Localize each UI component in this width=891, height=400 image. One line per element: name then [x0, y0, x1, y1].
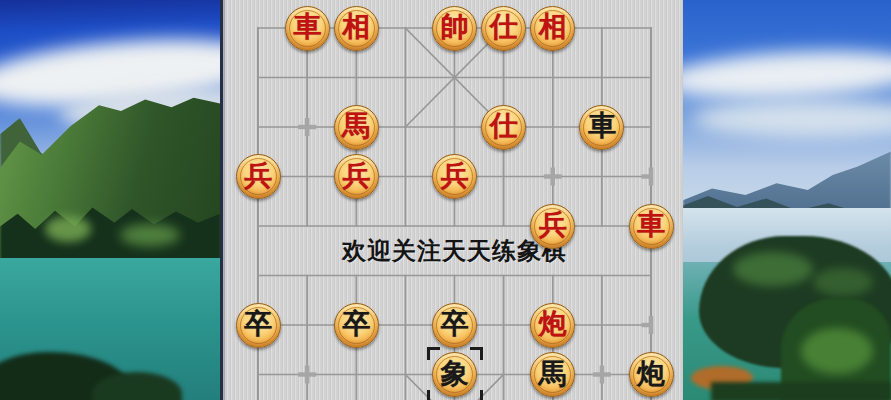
piece-character: 相 [342, 13, 370, 41]
sunlit-trees [45, 216, 91, 242]
piece-character: 帥 [441, 13, 469, 41]
piece-character: 車 [637, 211, 665, 239]
piece-red-f2r0[interactable]: 相 [334, 6, 379, 51]
piece-character: 卒 [441, 310, 469, 338]
piece-red-f6r0[interactable]: 相 [530, 6, 575, 51]
foreground-foliage-strip [711, 382, 891, 400]
piece-red-f0r3[interactable]: 兵 [236, 154, 281, 199]
piece-character: 車 [588, 112, 616, 140]
piece-character: 兵 [342, 162, 370, 190]
piece-character: 車 [293, 13, 321, 41]
piece-character: 仕 [490, 13, 518, 41]
piece-red-f4r3[interactable]: 兵 [432, 154, 477, 199]
piece-red-f2r3[interactable]: 兵 [334, 154, 379, 199]
tree-canopy-highlight [733, 252, 813, 286]
piece-black-f0r6[interactable]: 卒 [236, 303, 281, 348]
piece-character: 馬 [342, 112, 370, 140]
piece-character: 炮 [539, 310, 567, 338]
foreground-foliage-highlight [801, 328, 873, 374]
piece-black-f4r6[interactable]: 卒 [432, 303, 477, 348]
background-photo-right [683, 0, 891, 400]
pieces-layer: 車相帥仕相馬仕車兵兵兵兵車卒卒卒炮象馬炮 [223, 0, 686, 400]
piece-black-f7r2[interactable]: 車 [579, 105, 624, 150]
piece-red-f1r0[interactable]: 車 [285, 6, 330, 51]
cloud-band [683, 45, 891, 105]
piece-red-f4r0[interactable]: 帥 [432, 6, 477, 51]
piece-red-f5r2[interactable]: 仕 [481, 105, 526, 150]
piece-character: 卒 [342, 310, 370, 338]
piece-character: 卒 [244, 310, 272, 338]
piece-red-f6r4[interactable]: 兵 [530, 204, 575, 249]
piece-black-f8r7[interactable]: 炮 [629, 352, 674, 397]
screenshot-root: 欢迎关注天天练象棋 車相帥仕相馬仕車兵兵兵兵車卒卒卒炮象馬炮 [0, 0, 891, 400]
piece-character: 馬 [539, 360, 567, 388]
piece-red-f2r2[interactable]: 馬 [334, 105, 379, 150]
piece-character: 相 [539, 13, 567, 41]
xiangqi-board[interactable]: 欢迎关注天天练象棋 車相帥仕相馬仕車兵兵兵兵車卒卒卒炮象馬炮 [220, 0, 683, 400]
piece-red-f6r6[interactable]: 炮 [530, 303, 575, 348]
cloud-band [693, 100, 891, 138]
piece-character: 炮 [637, 360, 665, 388]
piece-character: 象 [441, 360, 469, 388]
piece-black-f2r6[interactable]: 卒 [334, 303, 379, 348]
piece-character: 兵 [244, 162, 272, 190]
piece-black-f4r7[interactable]: 象 [432, 352, 477, 397]
piece-character: 兵 [441, 162, 469, 190]
tree-canopy-highlight [813, 268, 873, 296]
background-photo-left [0, 0, 220, 400]
piece-red-f8r4[interactable]: 車 [629, 204, 674, 249]
piece-red-f5r0[interactable]: 仕 [481, 6, 526, 51]
piece-character: 仕 [490, 112, 518, 140]
piece-character: 兵 [539, 211, 567, 239]
piece-black-f6r7[interactable]: 馬 [530, 352, 575, 397]
sunlit-trees [120, 224, 180, 246]
